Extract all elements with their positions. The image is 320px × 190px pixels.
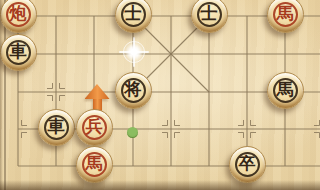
piece-character: 卒	[239, 155, 256, 172]
highlight-sparkle-icon	[121, 39, 147, 65]
xiangqi-board[interactable]: 炮士士馬車将馬車兵馬卒	[0, 0, 320, 190]
piece-character: 兵	[86, 118, 103, 135]
piece-character: 将	[125, 81, 142, 98]
piece-red-horse[interactable]: 馬	[267, 0, 304, 33]
arrow-head-icon	[85, 84, 110, 99]
piece-black-advisor[interactable]: 士	[191, 0, 228, 33]
piece-character: 車	[48, 118, 65, 135]
piece-red-horse[interactable]: 馬	[76, 146, 113, 183]
piece-red-cannon[interactable]: 炮	[0, 0, 37, 33]
piece-character: 馬	[277, 5, 294, 22]
piece-character: 炮	[10, 5, 27, 22]
piece-character: 士	[125, 5, 142, 22]
piece-black-chariot[interactable]: 車	[38, 109, 75, 146]
green-dot-marker	[127, 127, 138, 138]
piece-character: 馬	[277, 81, 294, 98]
piece-black-soldier[interactable]: 卒	[229, 146, 266, 183]
piece-black-chariot[interactable]: 車	[0, 34, 37, 71]
piece-character: 馬	[86, 155, 103, 172]
piece-black-horse[interactable]: 馬	[267, 72, 304, 109]
piece-red-soldier[interactable]: 兵	[76, 109, 113, 146]
piece-character: 士	[201, 5, 218, 22]
piece-black-general[interactable]: 将	[115, 72, 152, 109]
piece-character: 車	[10, 43, 27, 60]
piece-black-advisor[interactable]: 士	[115, 0, 152, 33]
